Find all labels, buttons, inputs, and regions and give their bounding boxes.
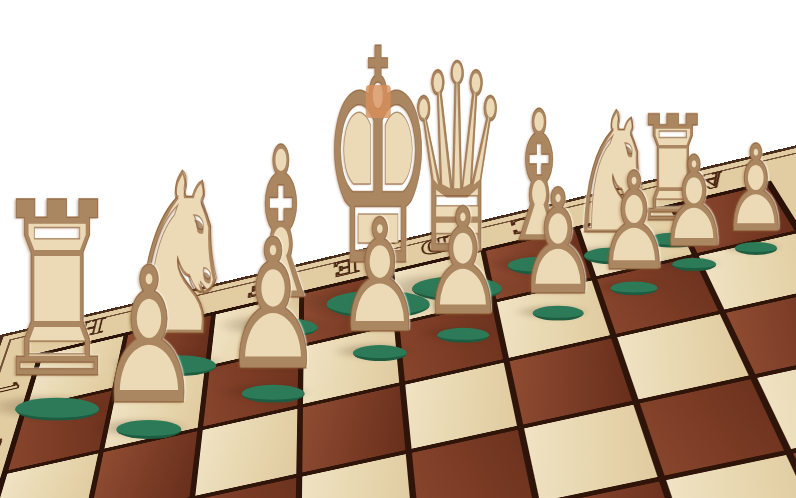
piece-glyph-detail: ♙ (596, 154, 672, 290)
piece-glyph-detail: ♙ (336, 198, 423, 355)
piece-pawn[interactable]: ♟♙ (593, 188, 675, 290)
chess-set-photo: HGFEDCBA12345678 ♜♖♟♙♞♘♟♙♝♗♟♙♛♕♚♔♟♙♝♗♟♙♟… (0, 0, 796, 498)
piece-glyph-detail: ♙ (517, 169, 598, 315)
piece-glyph-detail: ♙ (223, 215, 324, 396)
piece-pawn[interactable]: ♟♙ (219, 260, 328, 396)
rank-label-2: 2 (0, 436, 9, 459)
piece-glyph-detail: ♙ (722, 129, 789, 250)
piece-pawn[interactable]: ♟♙ (333, 237, 427, 355)
piece-pawn[interactable]: ♟♙ (514, 205, 602, 315)
king-cross-finial (366, 85, 391, 118)
piece-glyph-detail: ♙ (422, 188, 505, 337)
piece-glyph-detail: ♙ (96, 243, 201, 432)
piece-pawn[interactable]: ♟♙ (418, 225, 508, 337)
piece-pawn[interactable]: ♟♙ (92, 290, 206, 432)
